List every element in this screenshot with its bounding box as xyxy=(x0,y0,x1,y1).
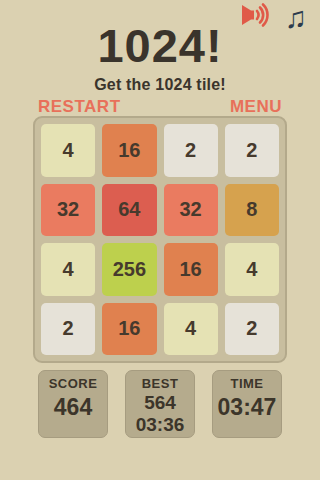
board-grid[interactable]: 416223264328425616421642 xyxy=(41,124,279,355)
nav-row: RESTART MENU xyxy=(38,97,282,117)
game-screen: ♫ 1024! Get the 1024 tile! RESTART MENU … xyxy=(0,0,320,480)
tile-2: 2 xyxy=(164,124,218,177)
tile-4: 4 xyxy=(41,124,95,177)
best-box: BEST 564 03:36 xyxy=(125,370,195,438)
board-frame: 416223264328425616421642 xyxy=(33,116,287,363)
tile-32: 32 xyxy=(41,184,95,237)
score-box: SCORE 464 xyxy=(38,370,108,438)
best-score-value: 564 xyxy=(126,392,194,413)
tile-4: 4 xyxy=(225,243,279,296)
score-label: SCORE xyxy=(39,376,107,391)
tile-16: 16 xyxy=(102,124,156,177)
best-time-value: 03:36 xyxy=(126,414,194,435)
tile-8: 8 xyxy=(225,184,279,237)
tile-2: 2 xyxy=(225,124,279,177)
tile-2: 2 xyxy=(41,303,95,356)
tile-16: 16 xyxy=(164,243,218,296)
tile-32: 32 xyxy=(164,184,218,237)
tile-4: 4 xyxy=(41,243,95,296)
time-label: TIME xyxy=(213,376,281,391)
tile-16: 16 xyxy=(102,303,156,356)
tile-64: 64 xyxy=(102,184,156,237)
time-box: TIME 03:47 xyxy=(212,370,282,438)
page-subtitle: Get the 1024 tile! xyxy=(0,76,320,94)
best-label: BEST xyxy=(126,376,194,391)
tile-2: 2 xyxy=(225,303,279,356)
tile-256: 256 xyxy=(102,243,156,296)
restart-button[interactable]: RESTART xyxy=(38,97,121,117)
stats-row: SCORE 464 BEST 564 03:36 TIME 03:47 xyxy=(38,370,282,438)
page-title: 1024! xyxy=(0,18,320,73)
score-value: 464 xyxy=(39,394,107,420)
menu-button[interactable]: MENU xyxy=(230,97,282,117)
time-value: 03:47 xyxy=(213,394,281,420)
tile-4: 4 xyxy=(164,303,218,356)
